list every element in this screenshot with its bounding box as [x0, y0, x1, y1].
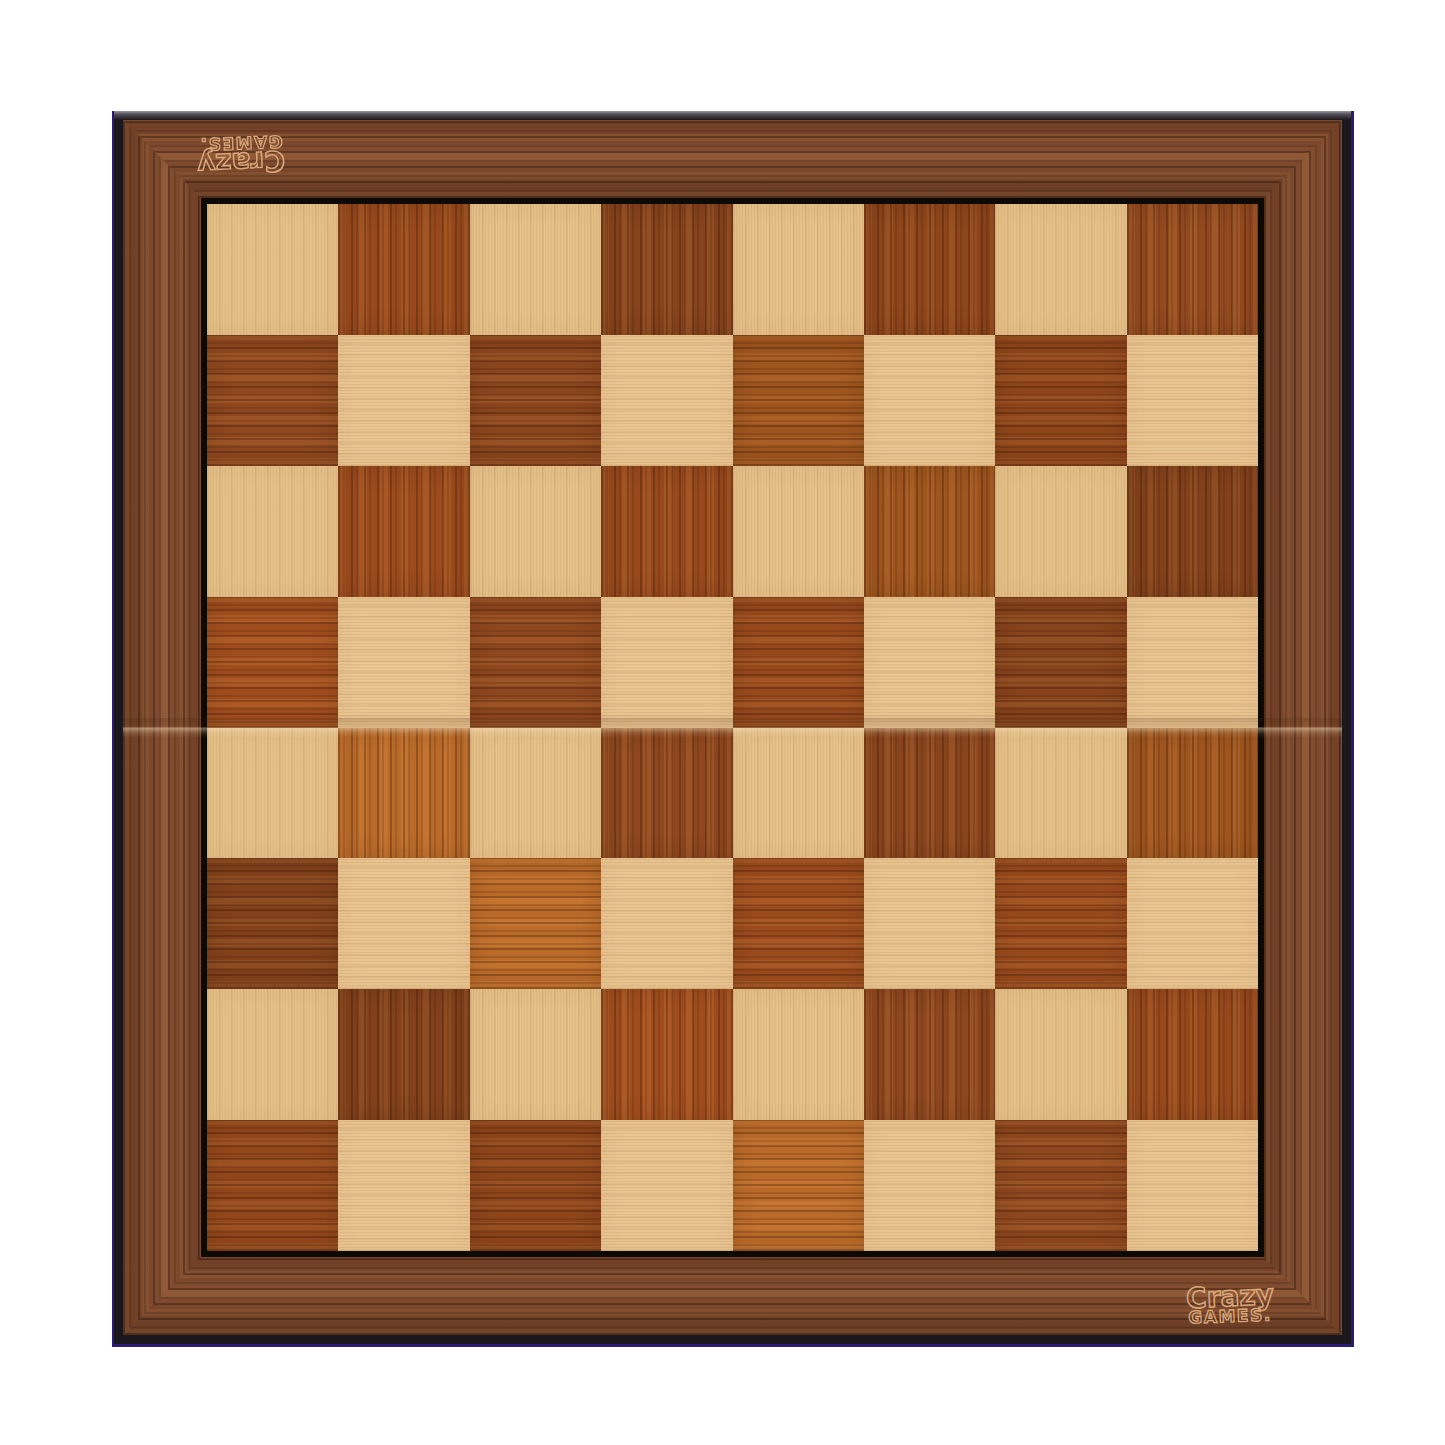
frame-right	[1264, 120, 1342, 1335]
square-e8[interactable]	[733, 204, 864, 335]
square-d7[interactable]	[601, 335, 732, 466]
square-d5[interactable]	[601, 597, 732, 728]
square-f4[interactable]	[864, 728, 995, 859]
square-f5[interactable]	[864, 597, 995, 728]
square-b3[interactable]	[338, 858, 469, 989]
square-f3[interactable]	[864, 858, 995, 989]
square-a7[interactable]	[207, 335, 338, 466]
square-h6[interactable]	[1127, 466, 1258, 597]
square-h1[interactable]	[1127, 1120, 1258, 1251]
square-e4[interactable]	[733, 728, 864, 859]
square-d6[interactable]	[601, 466, 732, 597]
square-h4[interactable]	[1127, 728, 1258, 859]
square-e7[interactable]	[733, 335, 864, 466]
square-c2[interactable]	[470, 989, 601, 1120]
square-e2[interactable]	[733, 989, 864, 1120]
square-f7[interactable]	[864, 335, 995, 466]
square-h8[interactable]	[1127, 204, 1258, 335]
frame-left	[123, 120, 201, 1335]
frame-top	[123, 120, 1342, 198]
square-b6[interactable]	[338, 466, 469, 597]
frame-bottom	[123, 1257, 1342, 1335]
square-b7[interactable]	[338, 335, 469, 466]
square-a6[interactable]	[207, 466, 338, 597]
square-d8[interactable]	[601, 204, 732, 335]
square-e5[interactable]	[733, 597, 864, 728]
square-b4[interactable]	[338, 728, 469, 859]
square-h3[interactable]	[1127, 858, 1258, 989]
square-b1[interactable]	[338, 1120, 469, 1251]
square-e3[interactable]	[733, 858, 864, 989]
square-g4[interactable]	[995, 728, 1126, 859]
square-g7[interactable]	[995, 335, 1126, 466]
square-g5[interactable]	[995, 597, 1126, 728]
chessboard: Crazy GAMES. Crazy GAMES.	[112, 111, 1354, 1347]
square-f2[interactable]	[864, 989, 995, 1120]
board-grid	[207, 204, 1258, 1251]
square-g3[interactable]	[995, 858, 1126, 989]
square-b8[interactable]	[338, 204, 469, 335]
square-h2[interactable]	[1127, 989, 1258, 1120]
square-h5[interactable]	[1127, 597, 1258, 728]
square-c4[interactable]	[470, 728, 601, 859]
square-g1[interactable]	[995, 1120, 1126, 1251]
square-b2[interactable]	[338, 989, 469, 1120]
square-b5[interactable]	[338, 597, 469, 728]
square-d4[interactable]	[601, 728, 732, 859]
square-g8[interactable]	[995, 204, 1126, 335]
square-c3[interactable]	[470, 858, 601, 989]
square-d1[interactable]	[601, 1120, 732, 1251]
square-a8[interactable]	[207, 204, 338, 335]
square-h7[interactable]	[1127, 335, 1258, 466]
square-a5[interactable]	[207, 597, 338, 728]
square-e6[interactable]	[733, 466, 864, 597]
square-f8[interactable]	[864, 204, 995, 335]
square-c5[interactable]	[470, 597, 601, 728]
square-g2[interactable]	[995, 989, 1126, 1120]
board-frame: Crazy GAMES. Crazy GAMES.	[123, 120, 1342, 1335]
square-c7[interactable]	[470, 335, 601, 466]
square-c8[interactable]	[470, 204, 601, 335]
square-c1[interactable]	[470, 1120, 601, 1251]
square-f1[interactable]	[864, 1120, 995, 1251]
square-a1[interactable]	[207, 1120, 338, 1251]
playing-area	[201, 198, 1264, 1257]
square-d2[interactable]	[601, 989, 732, 1120]
square-f6[interactable]	[864, 466, 995, 597]
square-e1[interactable]	[733, 1120, 864, 1251]
square-g6[interactable]	[995, 466, 1126, 597]
square-a4[interactable]	[207, 728, 338, 859]
square-c6[interactable]	[470, 466, 601, 597]
square-a2[interactable]	[207, 989, 338, 1120]
square-a3[interactable]	[207, 858, 338, 989]
square-d3[interactable]	[601, 858, 732, 989]
